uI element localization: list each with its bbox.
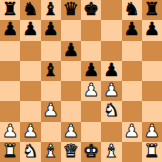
- square-h2[interactable]: ♟: [142, 122, 162, 142]
- black-pawn-piece[interactable]: ♟: [63, 41, 79, 60]
- square-f4[interactable]: ♟: [101, 81, 121, 101]
- square-f6[interactable]: [101, 41, 121, 61]
- black-pawn-piece[interactable]: ♟: [43, 20, 59, 39]
- square-e5[interactable]: ♟: [81, 61, 101, 81]
- square-e6[interactable]: [81, 41, 101, 61]
- square-f7[interactable]: [101, 20, 121, 40]
- board-container: ♜♞♝♛♚♞♜♟♟♟♟♟♟♝♟♟♟♟♟♞♟♟♟♟♟♜♞♝♛♚♝♜: [0, 0, 162, 162]
- black-knight-piece[interactable]: ♞: [22, 0, 38, 19]
- square-h7[interactable]: ♟: [142, 20, 162, 40]
- square-b3[interactable]: [20, 101, 40, 121]
- white-pawn-piece[interactable]: ♟: [103, 81, 119, 100]
- square-d4[interactable]: [61, 81, 81, 101]
- black-pawn-piece[interactable]: ♟: [22, 20, 38, 39]
- square-f2[interactable]: [101, 122, 121, 142]
- square-b5[interactable]: [20, 61, 40, 81]
- black-bishop-piece[interactable]: ♝: [43, 0, 59, 19]
- white-bishop-piece[interactable]: ♝: [43, 142, 59, 161]
- square-h3[interactable]: [142, 101, 162, 121]
- white-pawn-piece[interactable]: ♟: [144, 122, 160, 141]
- black-pawn-piece[interactable]: ♟: [2, 20, 18, 39]
- black-king-piece[interactable]: ♚: [83, 0, 99, 19]
- square-f3[interactable]: ♞: [101, 101, 121, 121]
- white-knight-piece[interactable]: ♞: [22, 142, 38, 161]
- black-bishop-piece[interactable]: ♝: [43, 61, 59, 80]
- square-f1[interactable]: ♝: [101, 142, 121, 162]
- square-e7[interactable]: [81, 20, 101, 40]
- black-queen-piece[interactable]: ♛: [63, 0, 79, 19]
- chess-board: ♜♞♝♛♚♞♜♟♟♟♟♟♟♝♟♟♟♟♟♞♟♟♟♟♟♜♞♝♛♚♝♜: [0, 0, 162, 162]
- black-rook-piece[interactable]: ♜: [144, 0, 160, 19]
- square-d5[interactable]: [61, 61, 81, 81]
- square-d8[interactable]: ♛: [61, 0, 81, 20]
- square-g8[interactable]: ♞: [122, 0, 142, 20]
- square-h4[interactable]: [142, 81, 162, 101]
- square-a8[interactable]: ♜: [0, 0, 20, 20]
- square-c1[interactable]: ♝: [41, 142, 61, 162]
- square-b8[interactable]: ♞: [20, 0, 40, 20]
- square-a1[interactable]: ♜: [0, 142, 20, 162]
- square-d1[interactable]: ♛: [61, 142, 81, 162]
- square-h6[interactable]: [142, 41, 162, 61]
- black-pawn-piece[interactable]: ♟: [144, 20, 160, 39]
- white-pawn-piece[interactable]: ♟: [124, 122, 140, 141]
- square-d7[interactable]: [61, 20, 81, 40]
- square-a6[interactable]: [0, 41, 20, 61]
- square-b4[interactable]: [20, 81, 40, 101]
- square-a5[interactable]: [0, 61, 20, 81]
- square-e2[interactable]: [81, 122, 101, 142]
- black-pawn-piece[interactable]: ♟: [124, 20, 140, 39]
- square-d2[interactable]: ♟: [61, 122, 81, 142]
- square-c6[interactable]: [41, 41, 61, 61]
- square-g3[interactable]: [122, 101, 142, 121]
- square-e3[interactable]: [81, 101, 101, 121]
- square-a4[interactable]: [0, 81, 20, 101]
- black-knight-piece[interactable]: ♞: [124, 0, 140, 19]
- square-a3[interactable]: [0, 101, 20, 121]
- white-pawn-piece[interactable]: ♟: [83, 81, 99, 100]
- square-a2[interactable]: ♟: [0, 122, 20, 142]
- white-pawn-piece[interactable]: ♟: [2, 122, 18, 141]
- square-h8[interactable]: ♜: [142, 0, 162, 20]
- square-g1[interactable]: [122, 142, 142, 162]
- black-pawn-piece[interactable]: ♟: [103, 61, 119, 80]
- square-b1[interactable]: ♞: [20, 142, 40, 162]
- square-e8[interactable]: ♚: [81, 0, 101, 20]
- square-g6[interactable]: [122, 41, 142, 61]
- square-d6[interactable]: ♟: [61, 41, 81, 61]
- square-g7[interactable]: ♟: [122, 20, 142, 40]
- square-g4[interactable]: [122, 81, 142, 101]
- square-h1[interactable]: ♜: [142, 142, 162, 162]
- square-c2[interactable]: [41, 122, 61, 142]
- square-d3[interactable]: [61, 101, 81, 121]
- white-pawn-piece[interactable]: ♟: [22, 122, 38, 141]
- square-c7[interactable]: ♟: [41, 20, 61, 40]
- square-b6[interactable]: [20, 41, 40, 61]
- square-g5[interactable]: [122, 61, 142, 81]
- square-c4[interactable]: [41, 81, 61, 101]
- square-e4[interactable]: ♟: [81, 81, 101, 101]
- square-c8[interactable]: ♝: [41, 0, 61, 20]
- square-a7[interactable]: ♟: [0, 20, 20, 40]
- white-king-piece[interactable]: ♚: [83, 142, 99, 161]
- white-knight-piece[interactable]: ♞: [103, 101, 119, 120]
- white-bishop-piece[interactable]: ♝: [103, 142, 119, 161]
- square-g2[interactable]: ♟: [122, 122, 142, 142]
- white-rook-piece[interactable]: ♜: [2, 142, 18, 161]
- square-f5[interactable]: ♟: [101, 61, 121, 81]
- black-pawn-piece[interactable]: ♟: [83, 61, 99, 80]
- square-f8[interactable]: [101, 0, 121, 20]
- black-rook-piece[interactable]: ♜: [2, 0, 18, 19]
- square-c3[interactable]: ♟: [41, 101, 61, 121]
- square-b7[interactable]: ♟: [20, 20, 40, 40]
- white-queen-piece[interactable]: ♛: [63, 142, 79, 161]
- square-b2[interactable]: ♟: [20, 122, 40, 142]
- square-e1[interactable]: ♚: [81, 142, 101, 162]
- square-c5[interactable]: ♝: [41, 61, 61, 81]
- white-rook-piece[interactable]: ♜: [144, 142, 160, 161]
- white-pawn-piece[interactable]: ♟: [43, 101, 59, 120]
- white-pawn-piece[interactable]: ♟: [63, 122, 79, 141]
- square-h5[interactable]: [142, 61, 162, 81]
